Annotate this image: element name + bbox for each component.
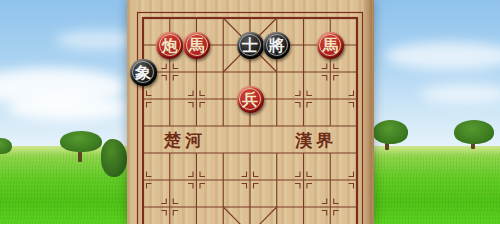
tree <box>373 120 408 144</box>
piece-glyph: 兵 <box>242 92 258 108</box>
black-advisor[interactable]: 士 <box>237 32 264 59</box>
piece-glyph: 炮 <box>162 38 178 54</box>
cloud <box>8 95 128 121</box>
black-general[interactable]: 將 <box>263 32 290 59</box>
red-cannon[interactable]: 炮 <box>156 32 183 59</box>
black-elephant[interactable]: 象 <box>130 59 157 86</box>
bush <box>101 139 127 177</box>
xiangqi-board[interactable]: 楚河 漢界 炮馬士將馬象兵 <box>127 0 374 224</box>
piece-glyph: 將 <box>269 38 285 54</box>
piece-glyph: 馬 <box>322 38 338 54</box>
piece-glyph: 士 <box>242 38 258 54</box>
tree <box>60 131 102 152</box>
red-horse-left[interactable]: 馬 <box>183 32 210 59</box>
tree <box>454 120 494 144</box>
board-grid[interactable]: 炮馬士將馬象兵 <box>130 5 371 225</box>
red-horse-right[interactable]: 馬 <box>317 32 344 59</box>
xiangqi-game-screen: 楚河 漢界 炮馬士將馬象兵 <box>0 0 500 224</box>
red-soldier[interactable]: 兵 <box>237 86 264 113</box>
piece-glyph: 馬 <box>189 38 205 54</box>
piece-glyph: 象 <box>135 65 151 81</box>
cloud <box>420 84 500 104</box>
